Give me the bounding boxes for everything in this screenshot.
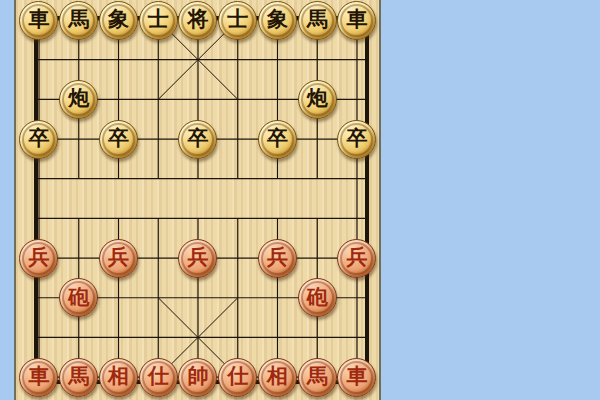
piece-black-advisor[interactable]: 士 — [218, 1, 257, 40]
piece-glyph: 帥 — [187, 366, 208, 388]
piece-glyph: 相 — [108, 366, 129, 388]
piece-glyph: 卒 — [346, 128, 367, 150]
board-point: 仕 — [138, 357, 178, 397]
piece-red-horse[interactable]: 馬 — [298, 358, 337, 397]
board-point: 士 — [138, 0, 178, 40]
piece-black-soldier[interactable]: 卒 — [178, 120, 217, 159]
piece-glyph: 卒 — [108, 128, 129, 150]
board-point: 馬 — [59, 357, 99, 397]
xiangqi-board: 車馬象士将士象馬車炮炮卒卒卒卒卒兵兵兵兵兵砲砲車馬相仕帥仕相馬車 — [14, 0, 381, 400]
piece-black-chariot[interactable]: 車 — [337, 1, 376, 40]
piece-black-cannon[interactable]: 炮 — [298, 80, 337, 119]
board-point: 車 — [19, 0, 59, 40]
piece-glyph: 卒 — [267, 128, 288, 150]
piece-red-horse[interactable]: 馬 — [59, 358, 98, 397]
piece-red-soldier[interactable]: 兵 — [178, 239, 217, 278]
piece-glyph: 士 — [148, 9, 169, 31]
board-point: 相 — [99, 357, 139, 397]
piece-glyph: 炮 — [307, 88, 328, 110]
board-point: 兵 — [258, 238, 298, 278]
board-point: 兵 — [99, 238, 139, 278]
piece-black-chariot[interactable]: 車 — [19, 1, 58, 40]
piece-black-horse[interactable]: 馬 — [59, 1, 98, 40]
piece-black-horse[interactable]: 馬 — [298, 1, 337, 40]
piece-red-chariot[interactable]: 車 — [19, 358, 58, 397]
piece-red-soldier[interactable]: 兵 — [19, 239, 58, 278]
piece-glyph: 車 — [28, 366, 49, 388]
board-point: 車 — [337, 357, 377, 397]
board-point: 馬 — [297, 0, 337, 40]
board-point: 象 — [99, 0, 139, 40]
piece-red-soldier[interactable]: 兵 — [337, 239, 376, 278]
piece-red-advisor[interactable]: 仕 — [218, 358, 257, 397]
board-point: 馬 — [297, 357, 337, 397]
board-point: 車 — [19, 357, 59, 397]
piece-glyph: 炮 — [68, 88, 89, 110]
piece-black-advisor[interactable]: 士 — [139, 1, 178, 40]
piece-glyph: 仕 — [148, 366, 169, 388]
piece-black-general[interactable]: 将 — [178, 1, 217, 40]
piece-black-elephant[interactable]: 象 — [258, 1, 297, 40]
piece-glyph: 馬 — [307, 366, 328, 388]
piece-glyph: 士 — [227, 9, 248, 31]
piece-glyph: 砲 — [307, 287, 328, 309]
piece-glyph: 馬 — [68, 9, 89, 31]
piece-red-soldier[interactable]: 兵 — [99, 239, 138, 278]
piece-red-elephant[interactable]: 相 — [99, 358, 138, 397]
board-point: 将 — [178, 0, 218, 40]
board-point: 仕 — [218, 357, 258, 397]
piece-glyph: 馬 — [68, 366, 89, 388]
board-point: 兵 — [337, 238, 377, 278]
board-point: 兵 — [178, 238, 218, 278]
piece-black-soldier[interactable]: 卒 — [19, 120, 58, 159]
board-point: 卒 — [99, 119, 139, 159]
piece-glyph: 兵 — [346, 247, 367, 269]
board-point: 卒 — [19, 119, 59, 159]
piece-glyph: 車 — [28, 9, 49, 31]
piece-glyph: 仕 — [227, 366, 248, 388]
piece-red-cannon[interactable]: 砲 — [298, 278, 337, 317]
board-point: 相 — [258, 357, 298, 397]
board-point: 卒 — [258, 119, 298, 159]
app-background: 車馬象士将士象馬車炮炮卒卒卒卒卒兵兵兵兵兵砲砲車馬相仕帥仕相馬車 — [0, 0, 600, 400]
piece-glyph: 車 — [346, 9, 367, 31]
piece-glyph: 象 — [267, 9, 288, 31]
board-point: 炮 — [59, 80, 99, 120]
board-point: 馬 — [59, 0, 99, 40]
piece-black-soldier[interactable]: 卒 — [258, 120, 297, 159]
piece-glyph: 兵 — [187, 247, 208, 269]
piece-red-soldier[interactable]: 兵 — [258, 239, 297, 278]
board-point: 車 — [337, 0, 377, 40]
board-point: 士 — [218, 0, 258, 40]
piece-black-cannon[interactable]: 炮 — [59, 80, 98, 119]
board-point: 炮 — [297, 80, 337, 120]
board-point: 兵 — [19, 238, 59, 278]
piece-glyph: 象 — [108, 9, 129, 31]
piece-glyph: 兵 — [267, 247, 288, 269]
board-point: 卒 — [337, 119, 377, 159]
piece-glyph: 兵 — [28, 247, 49, 269]
piece-glyph: 将 — [187, 9, 208, 31]
piece-black-elephant[interactable]: 象 — [99, 1, 138, 40]
piece-glyph: 砲 — [68, 287, 89, 309]
piece-glyph: 相 — [267, 366, 288, 388]
piece-red-elephant[interactable]: 相 — [258, 358, 297, 397]
board-point: 卒 — [178, 119, 218, 159]
piece-black-soldier[interactable]: 卒 — [99, 120, 138, 159]
piece-glyph: 車 — [346, 366, 367, 388]
piece-black-soldier[interactable]: 卒 — [337, 120, 376, 159]
piece-red-cannon[interactable]: 砲 — [59, 278, 98, 317]
board-point: 帥 — [178, 357, 218, 397]
piece-glyph: 卒 — [187, 128, 208, 150]
board-point: 砲 — [297, 278, 337, 318]
piece-glyph: 馬 — [307, 9, 328, 31]
piece-glyph: 兵 — [108, 247, 129, 269]
piece-red-chariot[interactable]: 車 — [337, 358, 376, 397]
piece-red-advisor[interactable]: 仕 — [139, 358, 178, 397]
board-point: 象 — [258, 0, 298, 40]
piece-layer: 車馬象士将士象馬車炮炮卒卒卒卒卒兵兵兵兵兵砲砲車馬相仕帥仕相馬車 — [19, 0, 377, 397]
board-point: 砲 — [59, 278, 99, 318]
piece-glyph: 卒 — [28, 128, 49, 150]
piece-red-general[interactable]: 帥 — [178, 358, 217, 397]
